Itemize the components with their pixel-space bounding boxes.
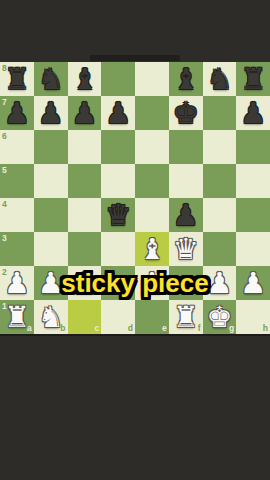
file-label-e: e: [162, 324, 167, 333]
square-f4[interactable]: ♟: [169, 198, 203, 232]
square-b6[interactable]: [34, 130, 68, 164]
file-label-h: h: [263, 324, 268, 333]
square-b5[interactable]: [34, 164, 68, 198]
piece-white-king[interactable]: ♚: [203, 300, 237, 334]
piece-black-pawn[interactable]: ♟: [34, 96, 68, 130]
square-c5[interactable]: [68, 164, 102, 198]
square-g5[interactable]: [203, 164, 237, 198]
square-h1[interactable]: h: [236, 300, 270, 334]
square-h5[interactable]: [236, 164, 270, 198]
square-f5[interactable]: [169, 164, 203, 198]
square-a7[interactable]: 7♟: [0, 96, 34, 130]
piece-black-knight[interactable]: ♞: [34, 62, 68, 96]
piece-black-knight[interactable]: ♞: [203, 62, 237, 96]
square-a3[interactable]: 3: [0, 232, 34, 266]
square-b1[interactable]: b♞: [34, 300, 68, 334]
square-f6[interactable]: [169, 130, 203, 164]
caption-text: sticky piece: [61, 268, 208, 299]
square-h6[interactable]: [236, 130, 270, 164]
piece-black-pawn[interactable]: ♟: [101, 96, 135, 130]
square-e5[interactable]: [135, 164, 169, 198]
square-a6[interactable]: 6: [0, 130, 34, 164]
square-g4[interactable]: [203, 198, 237, 232]
rank-label-4: 4: [2, 200, 7, 209]
piece-black-king[interactable]: ♚: [169, 96, 203, 130]
rank-label-3: 3: [2, 234, 7, 243]
square-d1[interactable]: d: [101, 300, 135, 334]
square-f7[interactable]: ♚: [169, 96, 203, 130]
square-g8[interactable]: ♞: [203, 62, 237, 96]
piece-white-knight[interactable]: ♞: [34, 300, 68, 334]
square-d8[interactable]: [101, 62, 135, 96]
square-e3[interactable]: ♝: [135, 232, 169, 266]
square-e1[interactable]: e: [135, 300, 169, 334]
square-h8[interactable]: ♜: [236, 62, 270, 96]
video-frame: 8♜♞♝♝♞♜7♟♟♟♟♚♟654♛♟3♝♛2♟♟♟♟♟♟1a♜b♞cdef♜g…: [0, 0, 270, 480]
square-a8[interactable]: 8♜: [0, 62, 34, 96]
piece-white-queen[interactable]: ♛: [169, 232, 203, 266]
rank-label-5: 5: [2, 166, 7, 175]
square-c8[interactable]: ♝: [68, 62, 102, 96]
square-c1[interactable]: c: [68, 300, 102, 334]
square-b3[interactable]: [34, 232, 68, 266]
piece-white-bishop[interactable]: ♝: [135, 232, 169, 266]
square-d4[interactable]: ♛: [101, 198, 135, 232]
square-a4[interactable]: 4: [0, 198, 34, 232]
square-a1[interactable]: 1a♜: [0, 300, 34, 334]
square-e4[interactable]: [135, 198, 169, 232]
piece-black-bishop[interactable]: ♝: [169, 62, 203, 96]
square-h7[interactable]: ♟: [236, 96, 270, 130]
piece-black-pawn[interactable]: ♟: [0, 96, 34, 130]
square-b8[interactable]: ♞: [34, 62, 68, 96]
square-g6[interactable]: [203, 130, 237, 164]
square-b4[interactable]: [34, 198, 68, 232]
square-h4[interactable]: [236, 198, 270, 232]
square-d3[interactable]: [101, 232, 135, 266]
square-b7[interactable]: ♟: [34, 96, 68, 130]
piece-black-pawn[interactable]: ♟: [169, 198, 203, 232]
square-e8[interactable]: [135, 62, 169, 96]
piece-black-bishop[interactable]: ♝: [68, 62, 102, 96]
square-d7[interactable]: ♟: [101, 96, 135, 130]
file-label-c: c: [95, 324, 100, 333]
piece-black-queen[interactable]: ♛: [101, 198, 135, 232]
square-e6[interactable]: [135, 130, 169, 164]
square-c3[interactable]: [68, 232, 102, 266]
square-f8[interactable]: ♝: [169, 62, 203, 96]
square-d6[interactable]: [101, 130, 135, 164]
rank-label-6: 6: [2, 132, 7, 141]
square-h2[interactable]: ♟: [236, 266, 270, 300]
square-c6[interactable]: [68, 130, 102, 164]
square-h3[interactable]: [236, 232, 270, 266]
piece-white-rook[interactable]: ♜: [169, 300, 203, 334]
square-f3[interactable]: ♛: [169, 232, 203, 266]
file-label-d: d: [128, 324, 133, 333]
piece-black-pawn[interactable]: ♟: [68, 96, 102, 130]
piece-white-pawn[interactable]: ♟: [0, 266, 34, 300]
square-f1[interactable]: f♜: [169, 300, 203, 334]
video-ui-strip: [90, 55, 180, 61]
square-c4[interactable]: [68, 198, 102, 232]
piece-black-rook[interactable]: ♜: [236, 62, 270, 96]
square-a5[interactable]: 5: [0, 164, 34, 198]
square-g1[interactable]: g♚: [203, 300, 237, 334]
square-e7[interactable]: [135, 96, 169, 130]
square-d5[interactable]: [101, 164, 135, 198]
piece-white-pawn[interactable]: ♟: [236, 266, 270, 300]
square-c7[interactable]: ♟: [68, 96, 102, 130]
piece-white-rook[interactable]: ♜: [0, 300, 34, 334]
square-g7[interactable]: [203, 96, 237, 130]
piece-black-pawn[interactable]: ♟: [236, 96, 270, 130]
piece-black-rook[interactable]: ♜: [0, 62, 34, 96]
square-a2[interactable]: 2♟: [0, 266, 34, 300]
square-g3[interactable]: [203, 232, 237, 266]
